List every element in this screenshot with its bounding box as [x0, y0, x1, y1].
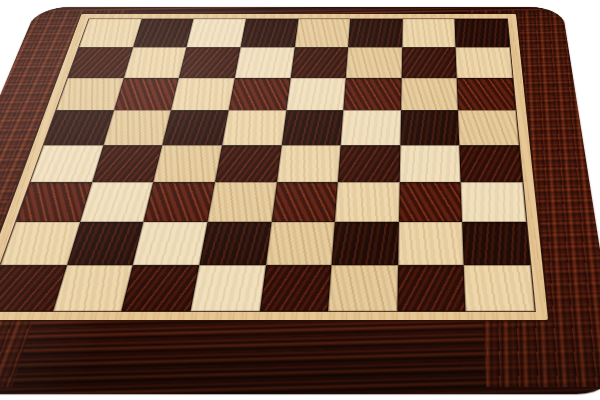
square-e4[interactable]: [276, 145, 340, 182]
square-f8[interactable]: [348, 19, 402, 48]
square-a4[interactable]: [30, 145, 103, 182]
square-e6[interactable]: [286, 78, 346, 110]
square-b5[interactable]: [103, 110, 171, 145]
square-e3[interactable]: [271, 182, 338, 222]
square-e7[interactable]: [290, 48, 348, 78]
square-c4[interactable]: [153, 145, 222, 182]
square-a8[interactable]: [79, 19, 142, 48]
square-b7[interactable]: [123, 48, 186, 78]
square-g4[interactable]: [399, 145, 461, 182]
square-d6[interactable]: [229, 78, 291, 110]
square-e1[interactable]: [259, 265, 331, 311]
square-d1[interactable]: [190, 265, 265, 311]
square-g6[interactable]: [401, 78, 458, 110]
square-g2[interactable]: [398, 222, 464, 265]
square-b2[interactable]: [67, 222, 144, 265]
square-f4[interactable]: [338, 145, 400, 182]
board-grid: [0, 19, 536, 313]
square-g8[interactable]: [402, 19, 456, 48]
square-c8[interactable]: [187, 19, 246, 48]
square-a7[interactable]: [68, 48, 133, 78]
square-d5[interactable]: [222, 110, 286, 145]
square-d3[interactable]: [207, 182, 276, 222]
square-f2[interactable]: [332, 222, 399, 265]
square-c7[interactable]: [179, 48, 240, 78]
square-c5[interactable]: [163, 110, 229, 145]
square-b4[interactable]: [92, 145, 163, 182]
square-c3[interactable]: [144, 182, 215, 222]
square-g1[interactable]: [397, 265, 466, 311]
square-f5[interactable]: [341, 110, 401, 145]
square-d2[interactable]: [199, 222, 271, 265]
chess-board: [0, 7, 600, 394]
square-d7[interactable]: [235, 48, 295, 78]
square-b8[interactable]: [133, 19, 194, 48]
square-h7[interactable]: [456, 48, 513, 78]
square-e8[interactable]: [294, 19, 350, 48]
square-a5[interactable]: [44, 110, 114, 145]
square-b6[interactable]: [114, 78, 179, 110]
product-photo-background: [0, 0, 600, 400]
square-e2[interactable]: [265, 222, 334, 265]
square-h6[interactable]: [457, 78, 516, 110]
square-c2[interactable]: [133, 222, 207, 265]
square-f3[interactable]: [335, 182, 400, 222]
square-h8[interactable]: [455, 19, 510, 48]
square-h2[interactable]: [462, 222, 530, 265]
square-c6[interactable]: [171, 78, 235, 110]
square-g7[interactable]: [401, 48, 457, 78]
square-a6[interactable]: [56, 78, 123, 110]
square-b1[interactable]: [53, 265, 133, 311]
square-h1[interactable]: [464, 265, 535, 311]
square-f7[interactable]: [346, 48, 402, 78]
square-h5[interactable]: [458, 110, 519, 145]
square-d8[interactable]: [240, 19, 298, 48]
square-h4[interactable]: [460, 145, 523, 182]
square-c1[interactable]: [122, 265, 200, 311]
square-h3[interactable]: [461, 182, 526, 222]
square-b3[interactable]: [80, 182, 154, 222]
square-f1[interactable]: [328, 265, 398, 311]
square-g5[interactable]: [400, 110, 459, 145]
square-e5[interactable]: [281, 110, 343, 145]
square-d4[interactable]: [215, 145, 281, 182]
square-g3[interactable]: [399, 182, 463, 222]
square-f6[interactable]: [343, 78, 401, 110]
